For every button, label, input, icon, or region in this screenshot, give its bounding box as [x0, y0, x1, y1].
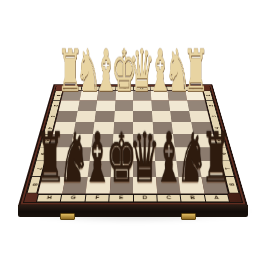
brass-hinge-icon: [181, 213, 196, 220]
square-a1[interactable]: ♜: [185, 91, 205, 101]
chess-board: HGFEDCBA HGFEDCBA 12345678 12345678 ♜♞♝♚…: [18, 84, 248, 206]
board-squares-grid: ♜♞♝♚♛♝♞♜♜♞♝♚♛♝♞♜: [37, 90, 229, 194]
square-b2[interactable]: [169, 100, 189, 110]
square-g2[interactable]: [77, 100, 97, 110]
square-a2[interactable]: [187, 100, 208, 110]
white-rook[interactable]: ♜: [183, 42, 209, 100]
folding-box-side: [18, 205, 248, 217]
chess-set-photo: HGFEDCBA HGFEDCBA 12345678 12345678 ♜♞♝♚…: [0, 0, 265, 265]
square-f2[interactable]: [96, 100, 115, 110]
square-e2[interactable]: [114, 100, 133, 110]
square-c2[interactable]: [151, 100, 170, 110]
square-d2[interactable]: [133, 100, 152, 110]
square-h2[interactable]: [59, 100, 80, 110]
black-rook[interactable]: ♜: [201, 124, 231, 193]
brass-hinge-icon: [60, 213, 75, 220]
square-a8[interactable]: ♜: [201, 177, 228, 194]
